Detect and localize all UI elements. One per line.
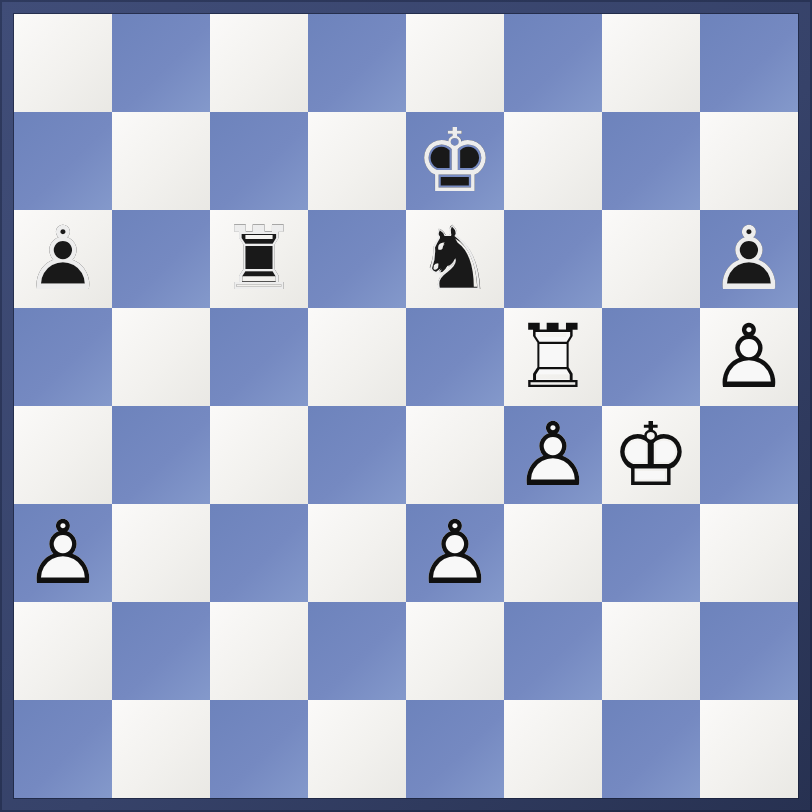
square-b1[interactable] [112, 700, 210, 798]
square-g7[interactable] [602, 112, 700, 210]
square-g3[interactable] [602, 504, 700, 602]
square-f8[interactable] [504, 14, 602, 112]
square-c4[interactable] [210, 406, 308, 504]
square-e1[interactable] [406, 700, 504, 798]
square-a6[interactable]: ♟♙ [14, 210, 112, 308]
white-rook-glyph-outline: ♖ [504, 308, 602, 406]
black-rook-piece[interactable]: ♜♖ [210, 210, 308, 308]
square-e3[interactable]: ♟♙ [406, 504, 504, 602]
square-f2[interactable] [504, 602, 602, 700]
square-c6[interactable]: ♜♖ [210, 210, 308, 308]
square-f7[interactable] [504, 112, 602, 210]
square-c7[interactable] [210, 112, 308, 210]
square-h6[interactable]: ♟♙ [700, 210, 798, 308]
square-d6[interactable] [308, 210, 406, 308]
square-c2[interactable] [210, 602, 308, 700]
square-h3[interactable] [700, 504, 798, 602]
black-knight-piece[interactable]: ♞♘ [406, 210, 504, 308]
black-king-glyph-outline: ♔ [406, 112, 504, 210]
square-g6[interactable] [602, 210, 700, 308]
square-b2[interactable] [112, 602, 210, 700]
square-e7[interactable]: ♚♔ [406, 112, 504, 210]
square-a8[interactable] [14, 14, 112, 112]
square-b4[interactable] [112, 406, 210, 504]
black-pawn-glyph-outline: ♙ [700, 210, 798, 308]
square-d1[interactable] [308, 700, 406, 798]
black-king-piece[interactable]: ♚♔ [406, 112, 504, 210]
square-h4[interactable] [700, 406, 798, 504]
square-f1[interactable] [504, 700, 602, 798]
square-e5[interactable] [406, 308, 504, 406]
square-d4[interactable] [308, 406, 406, 504]
square-a5[interactable] [14, 308, 112, 406]
square-a1[interactable] [14, 700, 112, 798]
square-h7[interactable] [700, 112, 798, 210]
square-a3[interactable]: ♟♙ [14, 504, 112, 602]
square-b7[interactable] [112, 112, 210, 210]
square-h2[interactable] [700, 602, 798, 700]
square-g8[interactable] [602, 14, 700, 112]
white-pawn-glyph-outline: ♙ [700, 308, 798, 406]
square-h5[interactable]: ♟♙ [700, 308, 798, 406]
square-e4[interactable] [406, 406, 504, 504]
black-pawn-piece[interactable]: ♟♙ [700, 210, 798, 308]
white-pawn-glyph-outline: ♙ [504, 406, 602, 504]
square-c8[interactable] [210, 14, 308, 112]
square-d3[interactable] [308, 504, 406, 602]
square-d2[interactable] [308, 602, 406, 700]
square-a7[interactable] [14, 112, 112, 210]
square-d8[interactable] [308, 14, 406, 112]
square-d5[interactable] [308, 308, 406, 406]
black-pawn-glyph-outline: ♙ [14, 210, 112, 308]
white-pawn-piece[interactable]: ♟♙ [504, 406, 602, 504]
square-g5[interactable] [602, 308, 700, 406]
square-b5[interactable] [112, 308, 210, 406]
square-c3[interactable] [210, 504, 308, 602]
square-c5[interactable] [210, 308, 308, 406]
square-f3[interactable] [504, 504, 602, 602]
square-e2[interactable] [406, 602, 504, 700]
white-rook-piece[interactable]: ♜♖ [504, 308, 602, 406]
chess-board: ♚♔♟♙♜♖♞♘♟♙♜♖♟♙♟♙♚♔♟♙♟♙ [14, 14, 798, 798]
square-g1[interactable] [602, 700, 700, 798]
square-f6[interactable] [504, 210, 602, 308]
square-c1[interactable] [210, 700, 308, 798]
square-f4[interactable]: ♟♙ [504, 406, 602, 504]
white-pawn-piece[interactable]: ♟♙ [406, 504, 504, 602]
square-b6[interactable] [112, 210, 210, 308]
square-e8[interactable] [406, 14, 504, 112]
square-a4[interactable] [14, 406, 112, 504]
square-g4[interactable]: ♚♔ [602, 406, 700, 504]
black-knight-glyph-outline: ♘ [406, 210, 504, 308]
black-rook-glyph-outline: ♖ [210, 210, 308, 308]
square-f5[interactable]: ♜♖ [504, 308, 602, 406]
white-pawn-glyph-outline: ♙ [14, 504, 112, 602]
square-a2[interactable] [14, 602, 112, 700]
square-h1[interactable] [700, 700, 798, 798]
square-b8[interactable] [112, 14, 210, 112]
square-b3[interactable] [112, 504, 210, 602]
square-g2[interactable] [602, 602, 700, 700]
white-pawn-piece[interactable]: ♟♙ [700, 308, 798, 406]
square-h8[interactable] [700, 14, 798, 112]
board-frame: ♚♔♟♙♜♖♞♘♟♙♜♖♟♙♟♙♚♔♟♙♟♙ [0, 0, 812, 812]
white-pawn-piece[interactable]: ♟♙ [14, 504, 112, 602]
square-e6[interactable]: ♞♘ [406, 210, 504, 308]
white-pawn-glyph-outline: ♙ [406, 504, 504, 602]
square-d7[interactable] [308, 112, 406, 210]
black-pawn-piece[interactable]: ♟♙ [14, 210, 112, 308]
white-king-piece[interactable]: ♚♔ [602, 406, 700, 504]
white-king-glyph-outline: ♔ [602, 406, 700, 504]
